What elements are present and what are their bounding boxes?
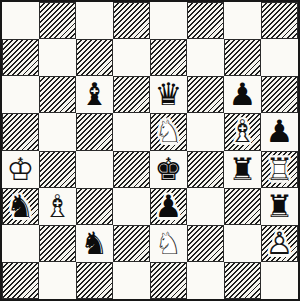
- square-g5[interactable]: ♝♗: [224, 113, 261, 150]
- black-queen[interactable]: ♛: [155, 79, 183, 110]
- square-h3[interactable]: ♜: [261, 188, 298, 225]
- black-pawn[interactable]: ♟: [155, 191, 183, 222]
- square-d2[interactable]: [113, 225, 150, 262]
- square-h5[interactable]: ♟: [261, 113, 298, 150]
- square-a5[interactable]: [2, 113, 39, 150]
- black-bishop[interactable]: ♝: [81, 79, 109, 110]
- square-f6[interactable]: [187, 76, 224, 113]
- square-a3[interactable]: ♞: [2, 188, 39, 225]
- square-h6[interactable]: [261, 76, 298, 113]
- white-knight-outline: ♘: [155, 116, 183, 147]
- square-f3[interactable]: [187, 188, 224, 225]
- square-h8[interactable]: [261, 2, 298, 39]
- square-c6[interactable]: ♝: [76, 76, 113, 113]
- square-c2[interactable]: ♞: [76, 225, 113, 262]
- square-c4[interactable]: [76, 151, 113, 188]
- square-g7[interactable]: [224, 39, 261, 76]
- square-f4[interactable]: [187, 151, 224, 188]
- square-b8[interactable]: [39, 2, 76, 39]
- square-b7[interactable]: [39, 39, 76, 76]
- black-king[interactable]: ♚: [155, 154, 183, 185]
- square-d6[interactable]: [113, 76, 150, 113]
- square-a8[interactable]: [2, 2, 39, 39]
- square-e7[interactable]: [150, 39, 187, 76]
- square-b3[interactable]: ♝♗: [39, 188, 76, 225]
- square-f7[interactable]: [187, 39, 224, 76]
- square-d4[interactable]: [113, 151, 150, 188]
- white-pawn-outline: ♙: [266, 228, 294, 259]
- square-e2[interactable]: ♞♘: [150, 225, 187, 262]
- white-king-outline: ♔: [7, 154, 35, 185]
- square-a6[interactable]: [2, 76, 39, 113]
- black-pawn[interactable]: ♟: [266, 116, 294, 147]
- square-c5[interactable]: [76, 113, 113, 150]
- square-a4[interactable]: ♚♔: [2, 151, 39, 188]
- square-e3[interactable]: ♟: [150, 188, 187, 225]
- black-rook[interactable]: ♜: [266, 191, 294, 222]
- square-a1[interactable]: [2, 262, 39, 299]
- square-h2[interactable]: ♟♙: [261, 225, 298, 262]
- square-g2[interactable]: [224, 225, 261, 262]
- white-knight[interactable]: ♞♘: [155, 228, 183, 259]
- square-d7[interactable]: [113, 39, 150, 76]
- white-pawn[interactable]: ♟♙: [266, 228, 294, 259]
- square-g3[interactable]: [224, 188, 261, 225]
- square-c1[interactable]: [76, 262, 113, 299]
- square-e1[interactable]: [150, 262, 187, 299]
- white-bishop-outline: ♗: [229, 116, 257, 147]
- square-g1[interactable]: [224, 262, 261, 299]
- white-bishop-outline: ♗: [44, 191, 72, 222]
- square-a7[interactable]: [2, 39, 39, 76]
- white-knight-outline: ♘: [155, 228, 183, 259]
- chess-board: ♝♛♟♞♘♝♗♟♚♔♚♜♜♖♞♝♗♟♜♞♞♘♟♙: [2, 2, 298, 299]
- square-b2[interactable]: [39, 225, 76, 262]
- square-b6[interactable]: [39, 76, 76, 113]
- black-knight[interactable]: ♞: [7, 191, 35, 222]
- square-h4[interactable]: ♜♖: [261, 151, 298, 188]
- white-rook[interactable]: ♜♖: [266, 154, 294, 185]
- square-b1[interactable]: [39, 262, 76, 299]
- board-frame: ♝♛♟♞♘♝♗♟♚♔♚♜♜♖♞♝♗♟♜♞♞♘♟♙: [0, 0, 300, 301]
- square-g6[interactable]: ♟: [224, 76, 261, 113]
- white-rook-outline: ♖: [266, 154, 294, 185]
- black-knight[interactable]: ♞: [81, 228, 109, 259]
- square-d5[interactable]: [113, 113, 150, 150]
- square-h1[interactable]: [261, 262, 298, 299]
- square-e4[interactable]: ♚: [150, 151, 187, 188]
- square-c3[interactable]: [76, 188, 113, 225]
- square-b5[interactable]: [39, 113, 76, 150]
- square-e6[interactable]: ♛: [150, 76, 187, 113]
- white-knight[interactable]: ♞♘: [155, 116, 183, 147]
- square-e5[interactable]: ♞♘: [150, 113, 187, 150]
- white-bishop[interactable]: ♝♗: [44, 191, 72, 222]
- square-a2[interactable]: [2, 225, 39, 262]
- square-e8[interactable]: [150, 2, 187, 39]
- square-h7[interactable]: [261, 39, 298, 76]
- square-g4[interactable]: ♜: [224, 151, 261, 188]
- white-bishop[interactable]: ♝♗: [229, 116, 257, 147]
- square-f2[interactable]: [187, 225, 224, 262]
- square-d1[interactable]: [113, 262, 150, 299]
- black-rook[interactable]: ♜: [229, 154, 257, 185]
- square-g8[interactable]: [224, 2, 261, 39]
- white-king[interactable]: ♚♔: [7, 154, 35, 185]
- square-c7[interactable]: [76, 39, 113, 76]
- black-pawn[interactable]: ♟: [229, 79, 257, 110]
- square-b4[interactable]: [39, 151, 76, 188]
- square-c8[interactable]: [76, 2, 113, 39]
- square-d3[interactable]: [113, 188, 150, 225]
- square-f1[interactable]: [187, 262, 224, 299]
- square-f8[interactable]: [187, 2, 224, 39]
- square-d8[interactable]: [113, 2, 150, 39]
- square-f5[interactable]: [187, 113, 224, 150]
